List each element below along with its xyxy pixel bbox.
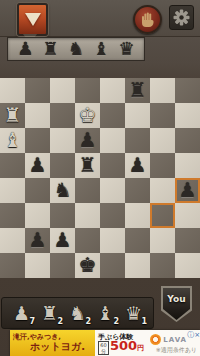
square-f5[interactable]: ♟ — [125, 153, 150, 178]
square-a2[interactable] — [0, 228, 25, 253]
square-a3[interactable] — [0, 203, 25, 228]
square-a7[interactable]: ♜ — [0, 103, 25, 128]
ad-right-panel[interactable]: 手ぶら体験 60分 500円 LAVA ⓘ× ※適用条件あり — [95, 330, 200, 356]
captured-white-pawn-glyph: ♟ — [13, 302, 30, 324]
gear-icon — [173, 9, 190, 26]
square-b2[interactable]: ♟ — [25, 228, 50, 253]
square-b6[interactable] — [25, 128, 50, 153]
down-triangle-button[interactable] — [17, 3, 48, 36]
square-h5[interactable] — [175, 153, 200, 178]
square-e7[interactable] — [100, 103, 125, 128]
piece-black-pawn[interactable]: ♟ — [29, 228, 47, 253]
square-h7[interactable] — [175, 103, 200, 128]
square-e8[interactable] — [100, 78, 125, 103]
square-c7[interactable] — [50, 103, 75, 128]
square-c8[interactable] — [50, 78, 75, 103]
captured-black-tray: ♟♜♞♝♛ — [7, 37, 145, 61]
square-d7[interactable]: ♚ — [75, 103, 100, 128]
hand-icon — [141, 12, 154, 27]
piece-black-pawn[interactable]: ♟ — [29, 153, 47, 178]
captured-white-tray: ♟7♜2♞2♝2♛1 — [1, 297, 154, 329]
square-f4[interactable] — [125, 178, 150, 203]
square-g3[interactable] — [150, 203, 175, 228]
captured-count: 7 — [29, 317, 35, 326]
square-d3[interactable] — [75, 203, 100, 228]
piece-black-pawn[interactable]: ♟ — [129, 153, 147, 178]
piece-white-rook[interactable]: ♜ — [4, 103, 22, 128]
square-a1[interactable] — [0, 253, 25, 278]
captured-count: 2 — [113, 317, 119, 326]
square-c5[interactable] — [50, 153, 75, 178]
down-triangle-icon — [25, 13, 41, 26]
captured-count: 1 — [141, 317, 147, 326]
captured-black-pawn[interactable]: ♟ — [17, 39, 33, 59]
square-f6[interactable] — [125, 128, 150, 153]
square-c4[interactable]: ♞ — [50, 178, 75, 203]
square-c2[interactable]: ♟ — [50, 228, 75, 253]
square-c1[interactable] — [50, 253, 75, 278]
square-b4[interactable] — [25, 178, 50, 203]
square-d8[interactable] — [75, 78, 100, 103]
captured-black-queen[interactable]: ♛ — [119, 39, 135, 59]
piece-black-king[interactable]: ♚ — [79, 253, 97, 278]
square-d1[interactable]: ♚ — [75, 253, 100, 278]
captured-white-rook-glyph: ♜ — [41, 302, 58, 324]
captured-white-bishop-glyph: ♝ — [97, 302, 114, 324]
square-d2[interactable] — [75, 228, 100, 253]
square-a8[interactable] — [0, 78, 25, 103]
lava-logo-text: LAVA — [163, 336, 187, 344]
player-badge-inner — [163, 288, 190, 320]
piece-black-knight[interactable]: ♞ — [54, 178, 72, 203]
piece-black-pawn[interactable]: ♟ — [79, 128, 97, 153]
square-f1[interactable] — [125, 253, 150, 278]
captured-black-bishop[interactable]: ♝ — [93, 39, 109, 59]
captured-white-pawn[interactable]: ♟7 — [13, 303, 30, 324]
square-d4[interactable] — [75, 178, 100, 203]
square-b7[interactable] — [25, 103, 50, 128]
square-e3[interactable] — [100, 203, 125, 228]
square-a4[interactable] — [0, 178, 25, 203]
square-g4[interactable] — [150, 178, 175, 203]
piece-black-rook[interactable]: ♜ — [129, 78, 147, 103]
player-badge-shield: You — [161, 286, 192, 322]
captured-white-queen-glyph: ♛ — [125, 302, 142, 324]
square-h2[interactable] — [175, 228, 200, 253]
hand-button[interactable] — [133, 5, 162, 34]
square-d6[interactable]: ♟ — [75, 128, 100, 153]
square-c6[interactable] — [50, 128, 75, 153]
lava-logo-icon — [150, 334, 161, 345]
square-h4[interactable]: ♟ — [175, 178, 200, 203]
top-bar — [0, 0, 200, 37]
captured-count: 2 — [85, 317, 91, 326]
square-f2[interactable] — [125, 228, 150, 253]
piece-white-king[interactable]: ♚ — [79, 103, 97, 128]
square-b5[interactable]: ♟ — [25, 153, 50, 178]
player-badge-label: You — [161, 294, 192, 304]
square-d5[interactable]: ♜ — [75, 153, 100, 178]
settings-button[interactable] — [169, 5, 194, 30]
ad-banner[interactable]: 滝汗,やみつき, ホットヨガ. 手ぶら体験 60分 500円 LAVA ⓘ× ※… — [10, 330, 200, 356]
ad-left-panel[interactable]: 滝汗,やみつき, ホットヨガ. — [10, 330, 95, 356]
square-f7[interactable] — [125, 103, 150, 128]
ad-price-unit: 円 — [137, 344, 144, 352]
square-h8[interactable] — [175, 78, 200, 103]
square-e4[interactable] — [100, 178, 125, 203]
square-b8[interactable] — [25, 78, 50, 103]
square-h3[interactable] — [175, 203, 200, 228]
chess-board: ♜♜♚♝♟♟♜♟♞♟♟♟♚ — [0, 78, 200, 278]
piece-black-pawn[interactable]: ♟ — [54, 228, 72, 253]
captured-white-queen[interactable]: ♛1 — [125, 303, 142, 324]
chess-app-screen: ♟♜♞♝♛ ♜♜♚♝♟♟♜♟♞♟♟♟♚ ♟7♜2♞2♝2♛1 You 滝汗,やみ… — [0, 0, 200, 356]
ad-price-value: 500 — [110, 338, 137, 353]
square-b3[interactable] — [25, 203, 50, 228]
square-f3[interactable] — [125, 203, 150, 228]
square-g6[interactable] — [150, 128, 175, 153]
ad-brand: LAVA — [150, 334, 187, 345]
square-g1[interactable] — [150, 253, 175, 278]
square-e1[interactable] — [100, 253, 125, 278]
captured-count: 2 — [57, 317, 63, 326]
square-a6[interactable]: ♝ — [0, 128, 25, 153]
captured-black-rook[interactable]: ♜ — [43, 39, 59, 59]
square-g8[interactable] — [150, 78, 175, 103]
piece-black-rook[interactable]: ♜ — [79, 153, 97, 178]
square-g2[interactable] — [150, 228, 175, 253]
ad-price: 500円 — [110, 338, 144, 353]
ad-disclaimer: ※適用条件あり — [156, 346, 197, 355]
square-e6[interactable] — [100, 128, 125, 153]
captured-white-knight[interactable]: ♞2 — [69, 303, 86, 324]
square-h1[interactable] — [175, 253, 200, 278]
square-c3[interactable] — [50, 203, 75, 228]
ad-text-line2: ホットヨガ. — [30, 340, 85, 354]
square-b1[interactable] — [25, 253, 50, 278]
captured-white-rook[interactable]: ♜2 — [41, 303, 58, 324]
square-e5[interactable] — [100, 153, 125, 178]
square-e2[interactable] — [100, 228, 125, 253]
piece-white-bishop[interactable]: ♝ — [4, 128, 22, 153]
square-h6[interactable] — [175, 128, 200, 153]
ad-minutes: 60分 — [98, 341, 109, 355]
captured-black-knight[interactable]: ♞ — [68, 39, 84, 59]
ad-close-icon[interactable]: × — [194, 331, 200, 339]
square-g7[interactable] — [150, 103, 175, 128]
square-g5[interactable] — [150, 153, 175, 178]
ad-info-close-icons[interactable]: ⓘ× — [187, 330, 200, 340]
square-a5[interactable] — [0, 153, 25, 178]
captured-white-bishop[interactable]: ♝2 — [97, 303, 114, 324]
piece-black-pawn[interactable]: ♟ — [179, 178, 197, 203]
captured-white-knight-glyph: ♞ — [69, 302, 86, 324]
square-f8[interactable]: ♜ — [125, 78, 150, 103]
